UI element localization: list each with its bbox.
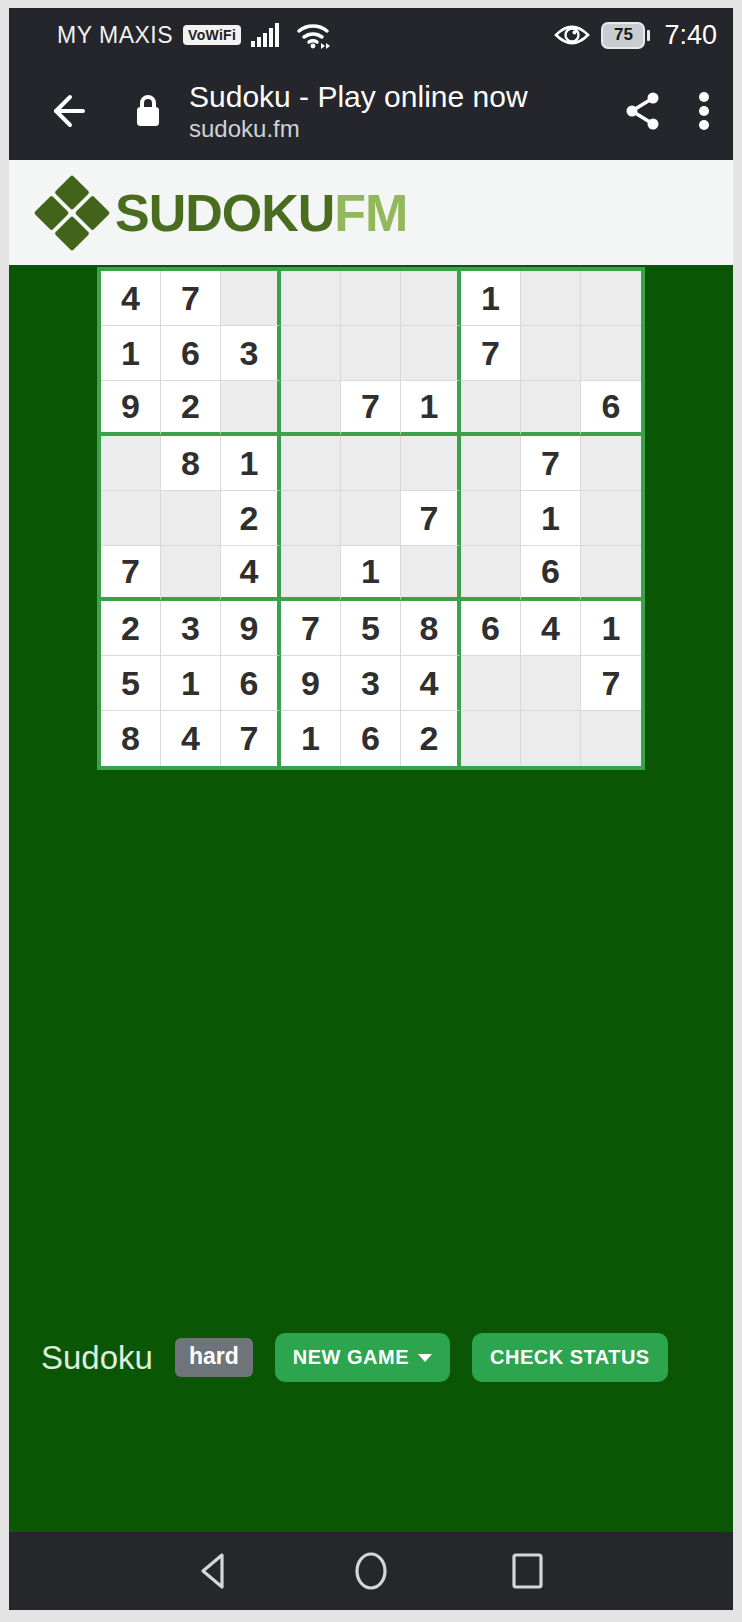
sudoku-board: 4711637927168172717416239758641516934784… [97,267,645,770]
sudoku-cell-r7c7[interactable]: 6 [461,601,521,656]
logo-accent: FM [334,184,407,242]
page-url: sudoku.fm [189,115,603,144]
sudoku-cell-r3c2[interactable]: 2 [161,381,221,436]
sudoku-cell-r1c4[interactable] [281,271,341,326]
sudoku-cell-r8c6[interactable]: 4 [401,656,461,711]
sudoku-cell-r2c5[interactable] [341,326,401,381]
page-body: 4711637927168172717416239758641516934784… [9,265,733,1532]
clock: 7:40 [664,20,717,51]
sudoku-cell-r4c7[interactable] [461,436,521,491]
sudoku-cell-r5c2[interactable] [161,491,221,546]
sudoku-cell-r5c1[interactable] [101,491,161,546]
sudoku-cell-r9c2[interactable]: 4 [161,711,221,766]
sudoku-cell-r3c5[interactable]: 7 [341,381,401,436]
sudoku-cell-r8c2[interactable]: 1 [161,656,221,711]
sudoku-cell-r2c4[interactable] [281,326,341,381]
sudoku-cell-r8c3[interactable]: 6 [221,656,281,711]
sudoku-cell-r9c3[interactable]: 7 [221,711,281,766]
sudoku-cell-r5c9[interactable] [581,491,641,546]
sudoku-cell-r5c6[interactable]: 7 [401,491,461,546]
sudoku-cell-r8c7[interactable] [461,656,521,711]
logo-main: SUDOKU [115,184,334,242]
sudoku-cell-r3c9[interactable]: 6 [581,381,641,436]
sudoku-cell-r9c5[interactable]: 6 [341,711,401,766]
sudoku-cell-r2c8[interactable] [521,326,581,381]
sudoku-cell-r6c1[interactable]: 7 [101,546,161,601]
sudoku-cell-r5c5[interactable] [341,491,401,546]
sudoku-cell-r3c1[interactable]: 9 [101,381,161,436]
nav-home-icon[interactable] [347,1547,395,1595]
phone-screen: MY MAXIS VoWiFi [9,8,733,1610]
share-icon[interactable] [621,89,665,133]
sudoku-cell-r6c5[interactable]: 1 [341,546,401,601]
nav-recents-icon[interactable] [503,1547,551,1595]
sudoku-cell-r4c4[interactable] [281,436,341,491]
status-bar: MY MAXIS VoWiFi [9,8,733,62]
sudoku-cell-r6c7[interactable] [461,546,521,601]
sudoku-cell-r4c2[interactable]: 8 [161,436,221,491]
sudoku-cell-r3c7[interactable] [461,381,521,436]
difficulty-badge: hard [175,1338,253,1377]
sudoku-cell-r1c7[interactable]: 1 [461,271,521,326]
sudoku-cell-r4c3[interactable]: 1 [221,436,281,491]
eye-protection-icon [553,21,591,49]
vowifi-badge: VoWiFi [183,25,241,45]
game-controls: Sudoku hard NEW GAME CHECK STATUS [41,1333,668,1382]
url-bar[interactable]: Sudoku - Play online now sudoku.fm [189,79,603,144]
sudoku-cell-r2c2[interactable]: 6 [161,326,221,381]
sudoku-cell-r2c7[interactable]: 7 [461,326,521,381]
sudoku-cell-r6c2[interactable] [161,546,221,601]
sudoku-cell-r9c6[interactable]: 2 [401,711,461,766]
sudoku-cell-r7c2[interactable]: 3 [161,601,221,656]
sudoku-cell-r1c5[interactable] [341,271,401,326]
sudoku-cell-r2c9[interactable] [581,326,641,381]
nav-back-icon[interactable] [191,1547,239,1595]
battery-indicator: 75 [601,22,650,49]
new-game-button[interactable]: NEW GAME [275,1333,450,1382]
sudoku-cell-r4c6[interactable] [401,436,461,491]
sudoku-cell-r7c1[interactable]: 2 [101,601,161,656]
sudoku-cell-r2c1[interactable]: 1 [101,326,161,381]
site-header: SUDOKUFM [9,160,733,265]
sudokufm-diamond-logo-icon[interactable] [34,174,110,250]
sudoku-cell-r3c4[interactable] [281,381,341,436]
sudoku-cell-r3c6[interactable]: 1 [401,381,461,436]
sudoku-cell-r3c3[interactable] [221,381,281,436]
battery-tip [647,30,650,41]
sudoku-cell-r2c3[interactable]: 3 [221,326,281,381]
sudoku-cell-r1c1[interactable]: 4 [101,271,161,326]
sudoku-cell-r6c4[interactable] [281,546,341,601]
browser-header: Sudoku - Play online now sudoku.fm [9,62,733,160]
sudoku-grid: 4711637927168172717416239758641516934784… [101,271,641,766]
sudoku-cell-r2c6[interactable] [401,326,461,381]
sudoku-cell-r1c6[interactable] [401,271,461,326]
wifi-icon [295,20,335,50]
sudoku-cell-r8c4[interactable]: 9 [281,656,341,711]
sudoku-cell-r7c9[interactable]: 1 [581,601,641,656]
sudoku-cell-r9c4[interactable]: 1 [281,711,341,766]
sudoku-cell-r7c6[interactable]: 8 [401,601,461,656]
page-title: Sudoku - Play online now [189,79,603,115]
signal-strength-icon [251,21,285,49]
sudoku-cell-r9c7[interactable] [461,711,521,766]
sudoku-cell-r5c7[interactable] [461,491,521,546]
sudoku-cell-r5c3[interactable]: 2 [221,491,281,546]
overflow-menu-icon[interactable] [697,88,711,134]
check-status-button[interactable]: CHECK STATUS [472,1333,668,1382]
carrier-label: MY MAXIS [57,22,173,49]
sudoku-cell-r4c5[interactable] [341,436,401,491]
chevron-down-icon [418,1354,432,1362]
sudoku-cell-r6c3[interactable]: 4 [221,546,281,601]
sudoku-cell-r4c8[interactable]: 7 [521,436,581,491]
sudoku-cell-r7c8[interactable]: 4 [521,601,581,656]
check-status-label: CHECK STATUS [490,1346,650,1369]
sudoku-cell-r8c8[interactable] [521,656,581,711]
sudoku-cell-r5c4[interactable] [281,491,341,546]
sudoku-cell-r6c6[interactable] [401,546,461,601]
back-arrow-icon[interactable] [43,88,89,134]
sudoku-cell-r7c3[interactable]: 9 [221,601,281,656]
sudoku-cell-r9c1[interactable]: 8 [101,711,161,766]
sudoku-cell-r3c8[interactable] [521,381,581,436]
sudoku-cell-r1c8[interactable] [521,271,581,326]
sudoku-cell-r8c5[interactable]: 3 [341,656,401,711]
sudoku-cell-r9c9[interactable] [581,711,641,766]
android-nav-bar [9,1532,733,1610]
sudoku-cell-r1c9[interactable] [581,271,641,326]
sudoku-cell-r7c4[interactable]: 7 [281,601,341,656]
sudoku-cell-r5c8[interactable]: 1 [521,491,581,546]
sudoku-cell-r1c3[interactable] [221,271,281,326]
sudoku-cell-r6c8[interactable]: 6 [521,546,581,601]
sudoku-cell-r8c1[interactable]: 5 [101,656,161,711]
new-game-label: NEW GAME [293,1346,409,1369]
sudoku-cell-r4c1[interactable] [101,436,161,491]
sudoku-cell-r1c2[interactable]: 7 [161,271,221,326]
sudoku-cell-r6c9[interactable] [581,546,641,601]
site-logo-text[interactable]: SUDOKUFM [115,183,407,243]
sudoku-cell-r8c9[interactable]: 7 [581,656,641,711]
sudoku-cell-r4c9[interactable] [581,436,641,491]
lock-icon [133,93,163,129]
sudoku-cell-r9c8[interactable] [521,711,581,766]
battery-percent: 75 [601,22,645,49]
game-title: Sudoku [41,1339,153,1377]
sudoku-cell-r7c5[interactable]: 5 [341,601,401,656]
